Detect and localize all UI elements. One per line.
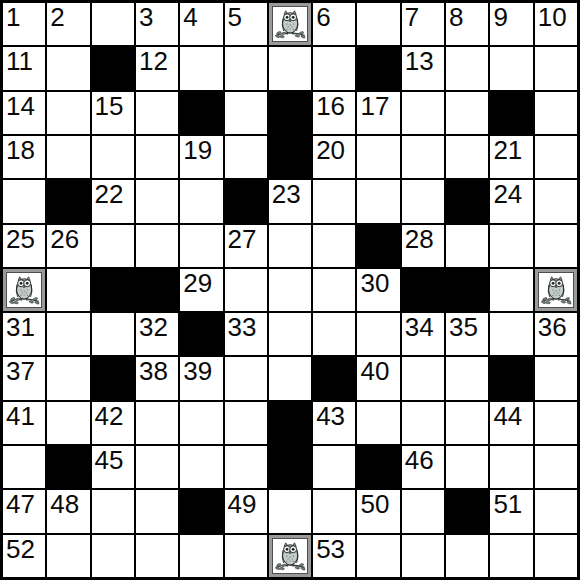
black-cell-4-10 [446,180,488,222]
black-cell-2-4 [180,92,222,134]
cell-9-10[interactable] [446,402,488,444]
clue-number: 7 [405,4,419,30]
cell-4-7[interactable] [313,180,355,222]
black-cell-11-4 [180,490,222,532]
black-cell-10-6 [269,446,311,488]
cell-0-9[interactable]: 7 [402,3,444,45]
clue-number: 4 [183,4,197,30]
clue-number: 42 [95,403,124,429]
clue-number: 44 [493,403,522,429]
cell-2-0[interactable]: 14 [3,92,45,134]
clue-number: 24 [493,181,522,207]
clue-number: 3 [139,4,153,30]
cell-8-1[interactable] [47,357,89,399]
cell-1-11[interactable] [490,47,532,89]
cell-1-4[interactable] [180,47,222,89]
cell-7-5[interactable]: 33 [225,313,267,355]
cell-5-12[interactable] [535,225,577,267]
cell-12-12[interactable] [535,535,577,577]
cell-1-1[interactable] [47,47,89,89]
black-cell-5-8 [357,225,399,267]
black-cell-9-6 [269,402,311,444]
cell-11-8[interactable]: 50 [357,490,399,532]
cell-12-7[interactable]: 53 [313,535,355,577]
cell-12-3[interactable] [136,535,178,577]
clue-number: 17 [360,93,389,119]
clue-number: 14 [6,93,35,119]
cell-2-9[interactable] [402,92,444,134]
cell-8-9[interactable] [402,357,444,399]
cell-8-10[interactable] [446,357,488,399]
black-cell-6-2 [92,269,134,311]
clue-number: 8 [449,4,463,30]
cell-8-5[interactable] [225,357,267,399]
cell-9-5[interactable] [225,402,267,444]
cell-11-12[interactable] [535,490,577,532]
owl-icon [8,274,40,306]
cell-4-2[interactable]: 22 [92,180,134,222]
cell-7-0[interactable]: 31 [3,313,45,355]
clue-number: 41 [6,403,35,429]
cell-8-12[interactable] [535,357,577,399]
cell-11-6[interactable] [269,490,311,532]
cell-4-9[interactable] [402,180,444,222]
cell-5-11[interactable] [490,225,532,267]
clue-number: 11 [6,48,33,74]
cell-5-1[interactable]: 26 [47,225,89,267]
cell-5-9[interactable]: 28 [402,225,444,267]
owl-cell-12-6 [269,535,311,577]
clue-number: 52 [6,536,35,562]
cell-5-7[interactable] [313,225,355,267]
cell-3-10[interactable] [446,136,488,178]
black-cell-11-10 [446,490,488,532]
cell-3-1[interactable] [47,136,89,178]
clue-number: 48 [50,491,79,517]
cell-11-0[interactable]: 47 [3,490,45,532]
clue-number: 53 [316,536,345,562]
clue-number: 51 [493,491,522,517]
cell-1-12[interactable] [535,47,577,89]
clue-number: 45 [95,447,124,473]
cell-6-11[interactable] [490,269,532,311]
cell-4-8[interactable] [357,180,399,222]
owl-picture-frame [6,272,42,308]
cell-4-0[interactable] [3,180,45,222]
clue-number: 40 [360,358,389,384]
cell-11-2[interactable] [92,490,134,532]
clue-number: 33 [228,314,257,340]
clue-number: 34 [405,314,434,340]
black-cell-6-9 [402,269,444,311]
cell-5-10[interactable] [446,225,488,267]
black-cell-10-8 [357,446,399,488]
cell-7-8[interactable] [357,313,399,355]
cell-10-0[interactable] [3,446,45,488]
clue-number: 50 [360,491,389,517]
cell-10-4[interactable] [180,446,222,488]
cell-12-10[interactable] [446,535,488,577]
cell-4-3[interactable] [136,180,178,222]
cell-11-9[interactable] [402,490,444,532]
owl-cell-6-12 [535,269,577,311]
clue-number: 39 [183,358,212,384]
cell-11-7[interactable] [313,490,355,532]
cell-12-4[interactable] [180,535,222,577]
cell-2-5[interactable] [225,92,267,134]
owl-picture-frame [272,538,308,574]
cell-9-4[interactable] [180,402,222,444]
black-cell-1-8 [357,47,399,89]
cell-12-1[interactable] [47,535,89,577]
black-cell-8-2 [92,357,134,399]
cell-0-12[interactable]: 10 [535,3,577,45]
owl-icon [274,540,306,572]
cell-1-0[interactable]: 11 [3,47,45,89]
cell-8-3[interactable]: 38 [136,357,178,399]
owl-picture-frame [538,272,574,308]
clue-number: 18 [6,137,35,163]
cell-11-1[interactable]: 48 [47,490,89,532]
clue-number: 46 [405,447,434,473]
cell-9-9[interactable] [402,402,444,444]
cell-5-3[interactable] [136,225,178,267]
black-cell-4-5 [225,180,267,222]
cell-10-7[interactable] [313,446,355,488]
cell-9-8[interactable] [357,402,399,444]
black-cell-8-7 [313,357,355,399]
black-cell-6-10 [446,269,488,311]
clue-number: 28 [405,226,434,252]
cell-0-3[interactable]: 3 [136,3,178,45]
cell-4-12[interactable] [535,180,577,222]
cell-3-2[interactable] [92,136,134,178]
cell-8-6[interactable] [269,357,311,399]
owl-cell-6-0 [3,269,45,311]
cell-1-7[interactable] [313,47,355,89]
clue-number: 16 [316,93,345,119]
cell-10-12[interactable] [535,446,577,488]
clue-number: 19 [183,137,212,163]
cell-7-10[interactable]: 35 [446,313,488,355]
clue-number: 10 [538,4,567,30]
clue-number: 49 [228,491,257,517]
clue-number: 29 [183,270,212,296]
cell-3-11[interactable]: 21 [490,136,532,178]
clue-number: 31 [6,314,35,340]
cell-9-3[interactable] [136,402,178,444]
cell-10-9[interactable]: 46 [402,446,444,488]
black-cell-2-6 [269,92,311,134]
cell-12-5[interactable] [225,535,267,577]
cell-3-0[interactable]: 18 [3,136,45,178]
cell-9-2[interactable]: 42 [92,402,134,444]
cell-8-4[interactable]: 39 [180,357,222,399]
cell-10-10[interactable] [446,446,488,488]
cell-0-4[interactable]: 4 [180,3,222,45]
cell-7-3[interactable]: 32 [136,313,178,355]
cell-0-0[interactable]: 1 [3,3,45,45]
black-cell-6-3 [136,269,178,311]
cell-9-11[interactable]: 44 [490,402,532,444]
clue-number: 35 [449,314,478,340]
cell-12-8[interactable] [357,535,399,577]
black-cell-10-1 [47,446,89,488]
owl-icon [274,8,306,40]
cell-7-9[interactable]: 34 [402,313,444,355]
clue-number: 25 [6,226,35,252]
cell-9-1[interactable] [47,402,89,444]
clue-number: 43 [316,403,345,429]
cell-6-6[interactable] [269,269,311,311]
cell-1-5[interactable] [225,47,267,89]
clue-number: 26 [50,226,79,252]
black-cell-1-2 [92,47,134,89]
cell-7-2[interactable] [92,313,134,355]
cell-10-2[interactable]: 45 [92,446,134,488]
clue-number: 21 [493,137,522,163]
cell-6-4[interactable]: 29 [180,269,222,311]
cell-10-11[interactable] [490,446,532,488]
cell-7-6[interactable] [269,313,311,355]
cell-7-12[interactable]: 36 [535,313,577,355]
cell-0-10[interactable]: 8 [446,3,488,45]
cell-7-11[interactable] [490,313,532,355]
black-cell-4-1 [47,180,89,222]
cell-1-3[interactable]: 12 [136,47,178,89]
clue-number: 38 [139,358,168,384]
cell-6-5[interactable] [225,269,267,311]
cell-6-8[interactable]: 30 [357,269,399,311]
cell-4-6[interactable]: 23 [269,180,311,222]
owl-cell-0-6 [269,3,311,45]
cell-2-10[interactable] [446,92,488,134]
clue-number: 15 [95,93,124,119]
black-cell-7-4 [180,313,222,355]
clue-number: 5 [228,4,242,30]
clue-number: 37 [6,358,35,384]
cell-3-9[interactable] [402,136,444,178]
cell-6-7[interactable] [313,269,355,311]
cell-10-3[interactable] [136,446,178,488]
clue-number: 1 [6,4,20,30]
cell-7-1[interactable] [47,313,89,355]
clue-number: 27 [228,226,257,252]
cell-3-4[interactable]: 19 [180,136,222,178]
cell-3-12[interactable] [535,136,577,178]
cell-9-0[interactable]: 41 [3,402,45,444]
cell-2-8[interactable]: 17 [357,92,399,134]
clue-number: 32 [139,314,168,340]
cell-1-6[interactable] [269,47,311,89]
cell-5-5[interactable]: 27 [225,225,267,267]
cell-8-0[interactable]: 37 [3,357,45,399]
crossword-board: 12345 [0,0,580,580]
cell-3-8[interactable] [357,136,399,178]
cell-7-7[interactable] [313,313,355,355]
cell-12-11[interactable] [490,535,532,577]
cell-3-5[interactable] [225,136,267,178]
cell-1-10[interactable] [446,47,488,89]
clue-number: 22 [95,181,124,207]
cell-8-8[interactable]: 40 [357,357,399,399]
clue-number: 9 [493,4,507,30]
cell-5-4[interactable] [180,225,222,267]
cell-12-9[interactable] [402,535,444,577]
cell-4-11[interactable]: 24 [490,180,532,222]
clue-number: 20 [316,137,345,163]
cell-2-3[interactable] [136,92,178,134]
cell-0-7[interactable]: 6 [313,3,355,45]
cell-0-2[interactable] [92,3,134,45]
cell-0-11[interactable]: 9 [490,3,532,45]
cell-6-1[interactable] [47,269,89,311]
cell-0-5[interactable]: 5 [225,3,267,45]
cell-0-8[interactable] [357,3,399,45]
cell-3-3[interactable] [136,136,178,178]
cell-5-6[interactable] [269,225,311,267]
owl-icon [540,274,572,306]
black-cell-8-11 [490,357,532,399]
cell-9-7[interactable]: 43 [313,402,355,444]
cell-11-5[interactable]: 49 [225,490,267,532]
clue-number: 47 [6,491,35,517]
black-cell-2-11 [490,92,532,134]
clue-number: 23 [272,181,301,207]
cell-9-12[interactable] [535,402,577,444]
cell-12-2[interactable] [92,535,134,577]
cell-2-2[interactable]: 15 [92,92,134,134]
cell-11-11[interactable]: 51 [490,490,532,532]
cell-5-2[interactable] [92,225,134,267]
clue-number: 2 [50,4,64,30]
cell-2-7[interactable]: 16 [313,92,355,134]
clue-number: 12 [139,48,168,74]
cell-3-7[interactable]: 20 [313,136,355,178]
cell-2-12[interactable] [535,92,577,134]
cell-0-1[interactable]: 2 [47,3,89,45]
cell-4-4[interactable] [180,180,222,222]
black-cell-3-6 [269,136,311,178]
cell-12-0[interactable]: 52 [3,535,45,577]
clue-number: 36 [538,314,567,340]
clue-number: 6 [316,4,330,30]
clue-number: 30 [360,270,389,296]
cell-2-1[interactable] [47,92,89,134]
owl-picture-frame [272,6,308,42]
cell-1-9[interactable]: 13 [402,47,444,89]
clue-number: 13 [405,48,434,74]
cell-11-3[interactable] [136,490,178,532]
cell-10-5[interactable] [225,446,267,488]
cell-5-0[interactable]: 25 [3,225,45,267]
